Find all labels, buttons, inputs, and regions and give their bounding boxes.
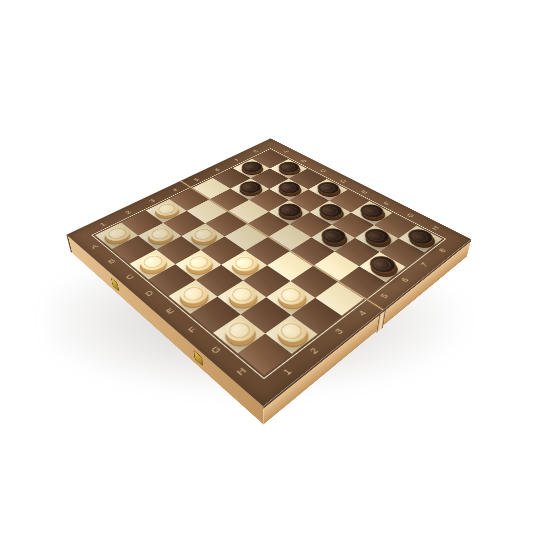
square-E1 [169, 280, 218, 314]
square-D2 [175, 250, 221, 280]
checker-light-G1 [219, 316, 260, 346]
checker-light-F2 [223, 281, 261, 307]
checker-light-G3 [272, 282, 310, 309]
square-B1 [112, 236, 156, 264]
square-E2 [196, 265, 243, 297]
square-D1 [149, 264, 196, 296]
square-H2 [265, 315, 317, 354]
square-H1 [238, 334, 292, 376]
square-F4 [267, 251, 313, 281]
square-G4 [290, 266, 338, 298]
clasp-latch-icon [111, 277, 119, 292]
square-E3 [221, 251, 267, 281]
checker-light-E3 [226, 251, 262, 274]
square-F3 [243, 265, 290, 297]
square-H3 [291, 298, 342, 334]
checker-light-C1 [135, 250, 171, 273]
square-G2 [241, 297, 292, 333]
square-H4 [315, 282, 364, 316]
product-photo-canvas: { "game": "checkers", "scene": "folding … [0, 0, 540, 540]
clasp-latch-icon [194, 350, 204, 367]
square-E4 [245, 237, 290, 265]
square-G3 [266, 281, 315, 315]
square-G5 [313, 251, 359, 281]
square-G1 [213, 314, 265, 353]
square-D3 [201, 237, 246, 265]
checker-dark-H6 [364, 253, 400, 277]
checker-light-E1 [174, 281, 212, 307]
square-F2 [217, 281, 266, 315]
square-F5 [290, 237, 335, 265]
square-F1 [190, 297, 240, 333]
square-H5 [338, 266, 386, 298]
square-H7 [380, 238, 425, 266]
square-C2 [156, 236, 200, 264]
square-H6 [359, 252, 405, 282]
square-G6 [335, 238, 380, 266]
checker-light-H2 [271, 316, 312, 346]
square-C1 [130, 250, 176, 280]
checker-light-D2 [181, 251, 217, 274]
